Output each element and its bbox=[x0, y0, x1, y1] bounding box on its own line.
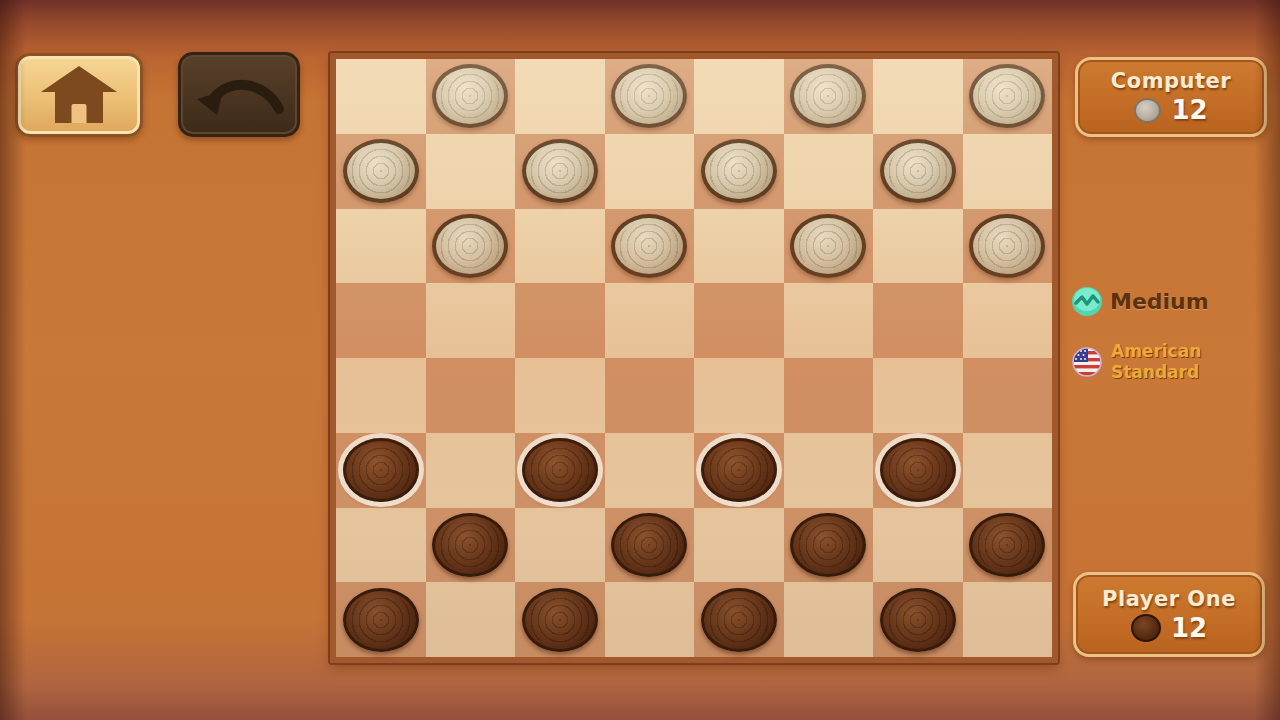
player-dark-piece[interactable] bbox=[880, 438, 956, 502]
player-one-piece-count: 12 bbox=[1171, 613, 1207, 643]
square-r0c1[interactable] bbox=[426, 59, 516, 134]
computer-light-piece[interactable] bbox=[880, 139, 956, 203]
undo-arrow-icon bbox=[193, 65, 285, 125]
variant-label-line1: American bbox=[1111, 341, 1201, 361]
player-dark-piece[interactable] bbox=[432, 513, 508, 577]
player-dark-piece[interactable] bbox=[343, 438, 419, 502]
square-r3c4[interactable] bbox=[694, 283, 784, 358]
square-r1c0[interactable] bbox=[336, 134, 426, 209]
square-r1c6[interactable] bbox=[873, 134, 963, 209]
computer-light-piece[interactable] bbox=[701, 139, 777, 203]
board bbox=[336, 59, 1052, 657]
computer-name-label: Computer bbox=[1111, 69, 1231, 93]
square-r7c3[interactable] bbox=[605, 582, 695, 657]
computer-light-piece[interactable] bbox=[969, 64, 1045, 128]
computer-light-piece[interactable] bbox=[522, 139, 598, 203]
computer-light-piece[interactable] bbox=[969, 214, 1045, 278]
player-one-piece-icon bbox=[1131, 614, 1161, 642]
player-dark-piece[interactable] bbox=[522, 438, 598, 502]
player-dark-piece[interactable] bbox=[343, 588, 419, 652]
square-r1c4[interactable] bbox=[694, 134, 784, 209]
variant-label-line2: Standard bbox=[1111, 362, 1199, 382]
player-dark-piece[interactable] bbox=[701, 438, 777, 502]
square-r5c5[interactable] bbox=[784, 433, 874, 508]
home-icon bbox=[41, 66, 117, 124]
square-r1c2[interactable] bbox=[515, 134, 605, 209]
square-r0c3[interactable] bbox=[605, 59, 695, 134]
square-r4c7[interactable] bbox=[963, 358, 1053, 433]
difficulty-option[interactable]: Medium bbox=[1071, 286, 1209, 317]
square-r5c4[interactable] bbox=[694, 433, 784, 508]
variant-label: American Standard bbox=[1111, 341, 1201, 383]
square-r4c2[interactable] bbox=[515, 358, 605, 433]
square-r4c1[interactable] bbox=[426, 358, 516, 433]
square-r3c5[interactable] bbox=[784, 283, 874, 358]
square-r2c7[interactable] bbox=[963, 209, 1053, 284]
square-r3c0[interactable] bbox=[336, 283, 426, 358]
computer-light-piece[interactable] bbox=[343, 139, 419, 203]
square-r2c1[interactable] bbox=[426, 209, 516, 284]
square-r6c5[interactable] bbox=[784, 508, 874, 583]
square-r7c1[interactable] bbox=[426, 582, 516, 657]
square-r3c7[interactable] bbox=[963, 283, 1053, 358]
player-dark-piece[interactable] bbox=[790, 513, 866, 577]
square-r3c3[interactable] bbox=[605, 283, 695, 358]
square-r2c2[interactable] bbox=[515, 209, 605, 284]
square-r4c4[interactable] bbox=[694, 358, 784, 433]
square-r2c5[interactable] bbox=[784, 209, 874, 284]
square-r6c2[interactable] bbox=[515, 508, 605, 583]
computer-light-piece[interactable] bbox=[611, 214, 687, 278]
variant-option[interactable]: American Standard bbox=[1072, 341, 1201, 383]
computer-light-piece[interactable] bbox=[611, 64, 687, 128]
square-r6c7[interactable] bbox=[963, 508, 1053, 583]
home-button[interactable] bbox=[15, 53, 143, 137]
square-r1c7[interactable] bbox=[963, 134, 1053, 209]
square-r0c7[interactable] bbox=[963, 59, 1053, 134]
square-r5c6[interactable] bbox=[873, 433, 963, 508]
square-r5c3[interactable] bbox=[605, 433, 695, 508]
square-r6c1[interactable] bbox=[426, 508, 516, 583]
player-dark-piece[interactable] bbox=[611, 513, 687, 577]
square-r6c4[interactable] bbox=[694, 508, 784, 583]
square-r7c6[interactable] bbox=[873, 582, 963, 657]
square-r0c0[interactable] bbox=[336, 59, 426, 134]
square-r0c2[interactable] bbox=[515, 59, 605, 134]
undo-button[interactable] bbox=[178, 52, 300, 137]
board-frame bbox=[330, 53, 1058, 663]
square-r6c0[interactable] bbox=[336, 508, 426, 583]
square-r2c0[interactable] bbox=[336, 209, 426, 284]
square-r0c6[interactable] bbox=[873, 59, 963, 134]
square-r4c3[interactable] bbox=[605, 358, 695, 433]
square-r7c4[interactable] bbox=[694, 582, 784, 657]
square-r6c6[interactable] bbox=[873, 508, 963, 583]
square-r0c4[interactable] bbox=[694, 59, 784, 134]
computer-score-panel: Computer 12 bbox=[1075, 57, 1267, 137]
square-r5c7[interactable] bbox=[963, 433, 1053, 508]
player-one-score-panel: Player One 12 bbox=[1073, 572, 1265, 657]
square-r4c6[interactable] bbox=[873, 358, 963, 433]
square-r1c5[interactable] bbox=[784, 134, 874, 209]
square-r7c2[interactable] bbox=[515, 582, 605, 657]
square-r0c5[interactable] bbox=[784, 59, 874, 134]
player-dark-piece[interactable] bbox=[880, 588, 956, 652]
square-r2c4[interactable] bbox=[694, 209, 784, 284]
computer-light-piece[interactable] bbox=[432, 214, 508, 278]
computer-light-piece[interactable] bbox=[790, 64, 866, 128]
computer-piece-icon bbox=[1134, 98, 1161, 123]
computer-light-piece[interactable] bbox=[432, 64, 508, 128]
square-r1c3[interactable] bbox=[605, 134, 695, 209]
computer-light-piece[interactable] bbox=[790, 214, 866, 278]
square-r7c7[interactable] bbox=[963, 582, 1053, 657]
square-r5c1[interactable] bbox=[426, 433, 516, 508]
player-dark-piece[interactable] bbox=[701, 588, 777, 652]
square-r5c2[interactable] bbox=[515, 433, 605, 508]
square-r3c6[interactable] bbox=[873, 283, 963, 358]
square-r4c0[interactable] bbox=[336, 358, 426, 433]
square-r4c5[interactable] bbox=[784, 358, 874, 433]
square-r1c1[interactable] bbox=[426, 134, 516, 209]
player-dark-piece[interactable] bbox=[969, 513, 1045, 577]
us-flag-icon bbox=[1072, 347, 1104, 378]
square-r5c0[interactable] bbox=[336, 433, 426, 508]
square-r2c6[interactable] bbox=[873, 209, 963, 284]
square-r7c0[interactable] bbox=[336, 582, 426, 657]
player-dark-piece[interactable] bbox=[522, 588, 598, 652]
square-r6c3[interactable] bbox=[605, 508, 695, 583]
square-r3c1[interactable] bbox=[426, 283, 516, 358]
square-r7c5[interactable] bbox=[784, 582, 874, 657]
computer-piece-count: 12 bbox=[1171, 95, 1207, 125]
square-r2c3[interactable] bbox=[605, 209, 695, 284]
square-r3c2[interactable] bbox=[515, 283, 605, 358]
difficulty-label: Medium bbox=[1110, 289, 1209, 314]
difficulty-wave-icon bbox=[1071, 286, 1103, 317]
player-one-name-label: Player One bbox=[1102, 587, 1236, 611]
